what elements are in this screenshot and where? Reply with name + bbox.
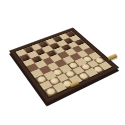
product-photo bbox=[0, 0, 125, 125]
